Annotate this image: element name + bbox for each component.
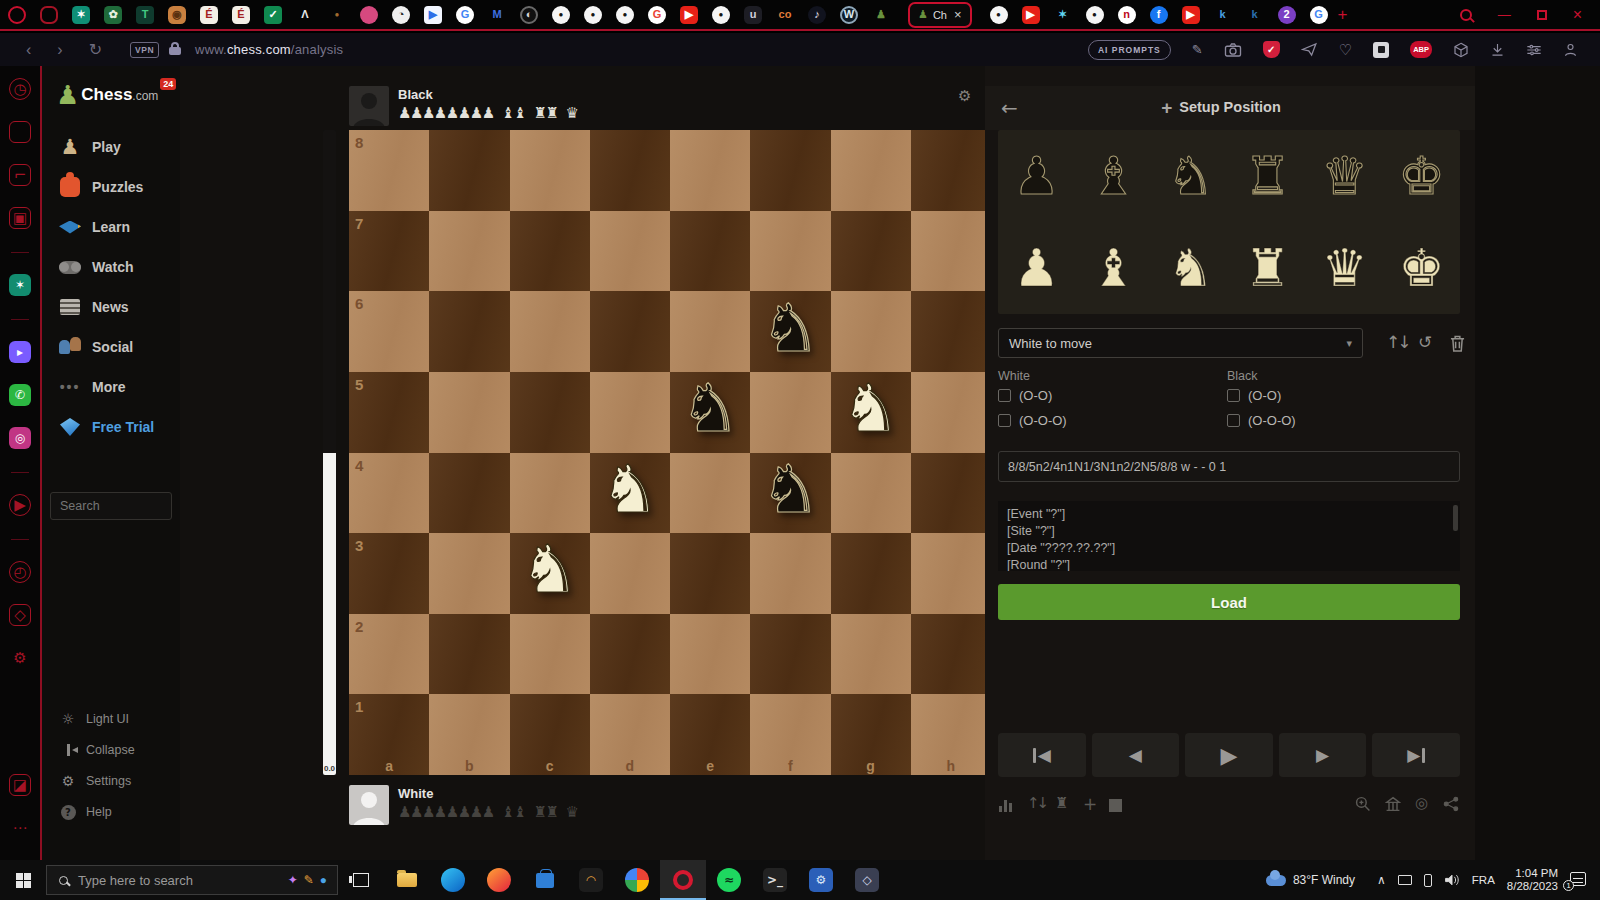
clock[interactable]: 1:04 PM 8/28/2023: [1507, 867, 1558, 893]
browser-search-icon[interactable]: [1460, 9, 1472, 21]
square-a3[interactable]: 3: [349, 533, 429, 614]
minimize-button[interactable]: —: [1498, 8, 1511, 21]
cube-icon[interactable]: [1453, 42, 1469, 58]
square-b4[interactable]: [429, 453, 509, 534]
pgn-line: [Date "????.??.??"]: [1007, 540, 1451, 557]
black-knight-e5[interactable]: ♞: [681, 376, 740, 442]
palette-black-pawn[interactable]: ♟: [1013, 150, 1060, 202]
palette-white-bishop[interactable]: ♝: [1090, 242, 1137, 294]
taskbar-app-edge[interactable]: [430, 860, 476, 900]
sidebar-search-input[interactable]: [50, 492, 172, 520]
square-h6[interactable]: [911, 291, 991, 372]
square-c7[interactable]: [510, 211, 590, 292]
tab-k-dark[interactable]: k: [1246, 6, 1264, 24]
tab-react[interactable]: ✶: [1054, 6, 1072, 24]
help-icon: ?: [59, 805, 77, 820]
palette-black-king[interactable]: ♚: [1398, 150, 1445, 202]
more-dots-icon[interactable]: ⋯: [9, 817, 31, 839]
avatar-white: [349, 785, 389, 825]
tab-green-animal[interactable]: ✿: [104, 6, 122, 24]
notification-count-badge: 24: [160, 78, 176, 90]
rank-label: 6: [355, 295, 363, 312]
white-knight-d4[interactable]: ♞: [600, 457, 659, 523]
file-label: g: [866, 758, 875, 774]
ai-prompts-button[interactable]: AI PROMPTS: [1088, 40, 1171, 60]
settings-icon: ⚙: [59, 773, 77, 789]
tab-uv-dark[interactable]: u: [744, 6, 762, 24]
captured-group: ♜♜: [533, 104, 557, 122]
black-knight-f6[interactable]: ♞: [761, 296, 820, 362]
close-button[interactable]: ×: [1573, 7, 1582, 23]
collapse-icon: [59, 744, 77, 756]
chatgpt-icon[interactable]: ✶: [9, 274, 31, 296]
trial-icon: [57, 414, 83, 440]
tab-google-g2[interactable]: G: [1310, 6, 1328, 24]
checkbox[interactable]: [998, 414, 1011, 427]
gx-corner-icon[interactable]: ▣: [9, 207, 31, 229]
tab-globe-dark[interactable]: ◐: [520, 6, 538, 24]
player-name-black: Black: [398, 87, 585, 102]
square-a1[interactable]: 1a: [349, 694, 429, 775]
instagram-icon[interactable]: ◎: [9, 427, 31, 449]
footer-item-help[interactable]: ?Help: [42, 797, 180, 827]
tab-google-g[interactable]: G: [456, 6, 474, 24]
square-c2[interactable]: [510, 614, 590, 695]
sidebar-item-free-trial[interactable]: Free Trial: [42, 410, 180, 444]
sidebar-item-label: Learn: [92, 219, 130, 235]
tab-github-6[interactable]: ●: [1086, 6, 1104, 24]
square-f4[interactable]: ♞: [750, 453, 830, 534]
taskbar-app-file-explorer[interactable]: [384, 860, 430, 900]
square-f1[interactable]: f: [750, 694, 830, 775]
address-bar: ‹ › ↻ VPN www.chess.com/analysis AI PROM…: [0, 33, 1600, 66]
square-d7[interactable]: [590, 211, 670, 292]
url-text[interactable]: www.chess.com/analysis: [195, 42, 343, 57]
square-d5[interactable]: [590, 372, 670, 453]
square-b1[interactable]: b: [429, 694, 509, 775]
square-h5[interactable]: [911, 372, 991, 453]
square-g2[interactable]: [831, 614, 911, 695]
palette-black-bishop[interactable]: ♝: [1090, 150, 1137, 202]
taskbar-app-spotify[interactable]: ≈: [706, 860, 752, 900]
reset-board-icon[interactable]: ↺: [1418, 332, 1432, 352]
tab-e-badge-2[interactable]: É: [232, 6, 250, 24]
spotify-icon: ≈: [717, 868, 741, 892]
square-b6[interactable]: [429, 291, 509, 372]
window-controls: — ×: [1460, 7, 1600, 23]
heart-icon[interactable]: ♡: [1339, 41, 1352, 59]
nav-first-button[interactable]: ◀: [998, 733, 1086, 777]
square-c5[interactable]: [510, 372, 590, 453]
tab-co-orange[interactable]: co: [776, 6, 794, 24]
footer-item-label: Settings: [86, 774, 131, 788]
square-h8[interactable]: [911, 130, 991, 211]
sidebar-item-watch[interactable]: Watch: [42, 250, 180, 284]
rail-divider: [11, 252, 29, 253]
palette-white-king[interactable]: ♚: [1398, 242, 1445, 294]
zoom-in-icon[interactable]: [1355, 796, 1371, 812]
file-explorer-icon: [395, 868, 419, 892]
new-tab-button[interactable]: +: [1338, 5, 1348, 25]
chess-board: 876♞5♞♞4♞♞3♞21abcdefgh: [349, 130, 991, 775]
tab-e-badge-1[interactable]: É: [200, 6, 218, 24]
checkbox[interactable]: [1227, 389, 1240, 402]
square-g4[interactable]: [831, 453, 911, 534]
black-knight-f4[interactable]: ♞: [761, 457, 820, 523]
start-button[interactable]: [0, 860, 46, 900]
send-icon[interactable]: [1301, 42, 1318, 57]
twitch-icon[interactable]: ⌐: [9, 164, 31, 186]
square-e4[interactable]: [670, 453, 750, 534]
chart-icon[interactable]: [999, 798, 1013, 816]
action-center-icon[interactable]: 1: [1570, 872, 1590, 888]
tab-chesscom-active[interactable]: ♟Ch×: [908, 2, 972, 28]
tab-list: ✶✿T◉ÉÉ✓Λ●◔▶GM◐●●●G▶●uco♪W♟♟Ch×●▶✶●nf▶kk2…: [8, 2, 1328, 28]
weather-widget[interactable]: 83°F Windy: [1266, 873, 1355, 887]
square-h2[interactable]: [911, 614, 991, 695]
system-tray: 83°F Windy ∧ FRA 1:04 PM 8/28/2023 1: [1266, 867, 1600, 893]
captured-group: ♛: [565, 104, 577, 122]
square-e7[interactable]: [670, 211, 750, 292]
flip-icon[interactable]: ↑↓: [1027, 794, 1046, 812]
palette-black-rook[interactable]: ♜: [1244, 150, 1291, 202]
chesscom-logo[interactable]: ♟ Chess.com 24: [56, 82, 176, 109]
square-g5[interactable]: ♞: [831, 372, 911, 453]
footer-item-light-ui[interactable]: ☼Light UI: [42, 704, 180, 734]
messenger-icon[interactable]: ▸: [9, 341, 31, 363]
castling-white-queenside: (O-O-O): [998, 413, 1067, 428]
nav-prev-button[interactable]: ◀: [1092, 733, 1180, 777]
rank-label: 8: [355, 134, 363, 151]
vpn-shield-icon[interactable]: ✓: [1263, 41, 1280, 58]
file-label: d: [626, 758, 635, 774]
sidebar-item-puzzles[interactable]: Puzzles: [42, 170, 180, 204]
square-a7[interactable]: 7: [349, 211, 429, 292]
tab-purple-2[interactable]: 2: [1278, 6, 1296, 24]
tray-chevron-icon[interactable]: ∧: [1377, 873, 1386, 887]
captured-group: ♜♜: [533, 803, 557, 821]
rail-divider: [11, 319, 29, 320]
palette-white-knight[interactable]: ♞: [1167, 242, 1214, 294]
pgn-line: [Site "?"]: [1007, 523, 1451, 540]
settings-gear-icon[interactable]: ⚙: [9, 647, 31, 669]
nav-last-button[interactable]: ▶: [1372, 733, 1460, 777]
palette-black-queen[interactable]: ♛: [1321, 150, 1368, 202]
tab-clock-app[interactable]: ◔: [392, 6, 410, 24]
checkbox[interactable]: [1227, 414, 1240, 427]
evaluation-bar-white: [323, 453, 336, 776]
fen-input[interactable]: [998, 451, 1460, 482]
back-icon[interactable]: ‹: [26, 41, 31, 59]
castling-option-label: (O-O): [1248, 388, 1281, 403]
square-g1[interactable]: g: [831, 694, 911, 775]
trash-icon[interactable]: [1450, 335, 1465, 352]
pgn-scrollbar[interactable]: [1453, 505, 1458, 531]
tab-github-3[interactable]: ●: [616, 6, 634, 24]
sidebar-item-play[interactable]: ♟Play: [42, 130, 180, 164]
pieces-icon[interactable]: ♜: [1055, 794, 1068, 812]
browser-tab-strip: ✶✿T◉ÉÉ✓Λ●◔▶GM◐●●●G▶●uco♪W♟♟Ch×●▶✶●nf▶kk2…: [0, 0, 1600, 31]
checkbox[interactable]: [998, 389, 1011, 402]
board-editor-icon[interactable]: [1109, 798, 1122, 816]
tab-pinterest[interactable]: n: [1118, 6, 1136, 24]
tab-dribbble[interactable]: [360, 6, 378, 24]
taskbar-app-app-blue[interactable]: ⚙: [798, 860, 844, 900]
lightui-icon: ☼: [59, 711, 77, 727]
square-g3[interactable]: [831, 533, 911, 614]
square-e1[interactable]: e: [670, 694, 750, 775]
chesscom-page: ♟ Chess.com 24 ♟PlayPuzzlesLearnWatchNew…: [42, 66, 1600, 860]
square-e8[interactable]: [670, 130, 750, 211]
square-e5[interactable]: ♞: [670, 372, 750, 453]
flip-board-icon[interactable]: ↑↓: [1386, 332, 1409, 352]
square-d4[interactable]: ♞: [590, 453, 670, 534]
square-a2[interactable]: 2: [349, 614, 429, 695]
square-h3[interactable]: [911, 533, 991, 614]
tab-facebook[interactable]: f: [1150, 6, 1168, 24]
tab-mj-blue[interactable]: M: [488, 6, 506, 24]
tab-google-color[interactable]: G: [648, 6, 666, 24]
adblock-badge[interactable]: ABP: [1410, 41, 1432, 58]
square-d8[interactable]: [590, 130, 670, 211]
square-f8[interactable]: [750, 130, 830, 211]
tab-chatgpt[interactable]: ✶: [72, 6, 90, 24]
square-g8[interactable]: [831, 130, 911, 211]
palette-white-queen[interactable]: ♛: [1321, 242, 1368, 294]
pgn-line: [Event "?"]: [1007, 506, 1451, 523]
search-highlights-icons[interactable]: ✦✎●: [288, 873, 337, 887]
square-b2[interactable]: [429, 614, 509, 695]
square-b8[interactable]: [429, 130, 509, 211]
workspaces-icon[interactable]: [9, 121, 31, 143]
evaluation-value: 0.0: [323, 764, 336, 773]
square-h7[interactable]: [911, 211, 991, 292]
taskbar-app-task-view[interactable]: [338, 860, 384, 900]
tab-youtube-3[interactable]: ▶: [1182, 6, 1200, 24]
tab-close-icon[interactable]: ×: [954, 7, 962, 22]
tab-gx-controller[interactable]: [40, 6, 58, 24]
practice-target-icon[interactable]: ◎: [1415, 794, 1428, 812]
tab-github-4[interactable]: ●: [712, 6, 730, 24]
analysis-board-area: Black ♟♟♟♟♟♟♟♟♝♝♜♜♛ ⚙ 0.0 876♞5♞♞4♞♞3♞21…: [180, 66, 985, 860]
speed-dial-icon[interactable]: ◷: [9, 78, 31, 100]
square-c3[interactable]: ♞: [510, 533, 590, 614]
footer-item-settings[interactable]: ⚙Settings: [42, 766, 180, 796]
captured-group: ♝♝: [502, 803, 526, 821]
castling-option-label: (O-O): [1019, 388, 1052, 403]
chevron-down-icon: ▾: [1346, 337, 1352, 350]
puzzles-icon: [57, 174, 83, 200]
file-label: b: [465, 758, 474, 774]
forward-icon[interactable]: ›: [57, 41, 62, 59]
snapshot-icon[interactable]: ◪: [9, 774, 31, 796]
square-d2[interactable]: [590, 614, 670, 695]
address-bar-actions: AI PROMPTS ✎ ✓ ♡ ABP: [1088, 40, 1600, 60]
rank-label: 3: [355, 537, 363, 554]
square-f3[interactable]: [750, 533, 830, 614]
taskbar-app-firefox[interactable]: [476, 860, 522, 900]
tab-youtube-1[interactable]: ▶: [680, 6, 698, 24]
tab-sheets-check[interactable]: ✓: [264, 6, 282, 24]
tab-play-blue[interactable]: ▶: [424, 6, 442, 24]
taskbar-app-viewer-3d[interactable]: ◇: [844, 860, 890, 900]
tab-teal-t[interactable]: T: [136, 6, 154, 24]
sidebar-item-label: Free Trial: [92, 419, 154, 435]
captured-pieces-white: ♟♟♟♟♟♟♟♟♝♝♜♜♛: [398, 803, 585, 821]
footer-item-label: Collapse: [86, 743, 135, 757]
tab-wordpress[interactable]: W: [840, 6, 858, 24]
lock-icon: [171, 41, 181, 58]
sidebar-item-social[interactable]: Social: [42, 330, 180, 364]
setup-position-panel: ← +Setup Position ♟♝♞♜♛♚♟♝♞♜♛♚ White to …: [985, 66, 1475, 860]
square-h1[interactable]: h: [911, 694, 991, 775]
tab-chesscom-pawn[interactable]: ♟: [872, 6, 890, 24]
extensions-box-icon[interactable]: ◇: [9, 604, 31, 626]
browser-side-rail: ◷⌐▣✶▸✆◎▶◴◇⚙◪⋯: [0, 66, 42, 860]
palette-black-knight[interactable]: ♞: [1167, 150, 1214, 202]
panel-title: +Setup Position: [985, 97, 1457, 119]
square-h4[interactable]: [911, 453, 991, 534]
palette-white-rook[interactable]: ♜: [1244, 242, 1291, 294]
nav-play-button[interactable]: ▶: [1185, 733, 1273, 777]
phone-icon[interactable]: [1424, 874, 1432, 887]
square-e3[interactable]: [670, 533, 750, 614]
display-icon[interactable]: [1398, 875, 1412, 885]
download-icon[interactable]: [1490, 42, 1505, 57]
square-c1[interactable]: c: [510, 694, 590, 775]
square-c6[interactable]: [510, 291, 590, 372]
tab-youtube-2[interactable]: ▶: [1022, 6, 1040, 24]
turn-select-dropdown[interactable]: White to move▾: [998, 328, 1363, 358]
sidebar-item-label: Play: [92, 139, 121, 155]
square-g6[interactable]: [831, 291, 911, 372]
white-knight-c3[interactable]: ♞: [520, 537, 579, 603]
player-name-white: White: [398, 786, 585, 801]
square-f7[interactable]: [750, 211, 830, 292]
square-f2[interactable]: [750, 614, 830, 695]
pinboard-icon[interactable]: [1373, 42, 1389, 58]
square-b7[interactable]: [429, 211, 509, 292]
watch-icon: [57, 254, 83, 280]
tab-github-5[interactable]: ●: [990, 6, 1008, 24]
square-e2[interactable]: [670, 614, 750, 695]
player-icon[interactable]: ▶: [9, 494, 31, 516]
taskbar-app-terminal[interactable]: >_: [752, 860, 798, 900]
palette-white-pawn[interactable]: ♟: [1013, 242, 1060, 294]
edit-icon[interactable]: ✎: [1192, 42, 1203, 57]
load-button[interactable]: Load: [998, 584, 1460, 620]
sidebar-item-news[interactable]: News: [42, 290, 180, 324]
sidebar-item-learn[interactable]: Learn: [42, 210, 180, 244]
castling-option-label: (O-O-O): [1248, 413, 1296, 428]
app-gold-icon: ◠: [579, 868, 603, 892]
file-label: h: [947, 758, 956, 774]
square-a6[interactable]: 6: [349, 291, 429, 372]
square-a5[interactable]: 5: [349, 372, 429, 453]
footer-item-collapse[interactable]: Collapse: [42, 735, 180, 765]
sidebar-item-label: More: [92, 379, 125, 395]
tab-lambda[interactable]: Λ: [296, 6, 314, 24]
sidebar-item-label: Puzzles: [92, 179, 143, 195]
maximize-button[interactable]: [1537, 10, 1547, 20]
opera-icon: [671, 868, 695, 892]
library-icon[interactable]: [1385, 796, 1401, 812]
tab-k-light[interactable]: k: [1214, 6, 1232, 24]
captured-group: ♝♝: [502, 104, 526, 122]
page-right-gutter: [1475, 66, 1600, 860]
square-c8[interactable]: [510, 130, 590, 211]
reload-icon[interactable]: ↻: [89, 40, 102, 59]
square-a8[interactable]: 8: [349, 130, 429, 211]
nav-next-button[interactable]: ▶: [1279, 733, 1367, 777]
language-indicator[interactable]: FRA: [1472, 874, 1495, 886]
share-icon[interactable]: [1443, 796, 1459, 812]
taskbar-app-store[interactable]: [522, 860, 568, 900]
square-b3[interactable]: [429, 533, 509, 614]
taskbar-app-chrome[interactable]: [614, 860, 660, 900]
panel-header: ← +Setup Position: [985, 86, 1475, 130]
tab-monkey[interactable]: ●: [328, 6, 346, 24]
square-a4[interactable]: 4: [349, 453, 429, 534]
sidebar-item-label: Watch: [92, 259, 133, 275]
chess-pawn-favicon: ♟: [918, 8, 928, 21]
captured-group: ♛: [565, 803, 577, 821]
castling-header-white: White: [998, 369, 1030, 383]
vpn-badge[interactable]: VPN: [130, 42, 159, 58]
news-icon: [57, 294, 83, 320]
evaluation-bar: 0.0: [323, 130, 336, 775]
taskbar-app-app-gold[interactable]: ◠: [568, 860, 614, 900]
tab-opera-menu[interactable]: [8, 6, 26, 24]
taskbar-app-opera[interactable]: [660, 860, 706, 900]
pgn-textarea[interactable]: [Event "?"][Site "?"][Date "????.??.??"]…: [998, 501, 1460, 571]
tab-github-1[interactable]: ●: [552, 6, 570, 24]
square-g7[interactable]: [831, 211, 911, 292]
square-b5[interactable]: [429, 372, 509, 453]
tab-github-2[interactable]: ●: [584, 6, 602, 24]
profile-icon[interactable]: [1563, 42, 1578, 57]
sidebar-item-more[interactable]: •••More: [42, 370, 180, 404]
camera-icon[interactable]: [1224, 42, 1242, 58]
square-d1[interactable]: d: [590, 694, 670, 775]
add-icon[interactable]: +: [1083, 794, 1097, 814]
windows-taskbar: Type here to search ✦✎● ◠≈>_⚙◇ 83°F Wind…: [0, 860, 1600, 900]
history-clock-icon[interactable]: ◴: [9, 561, 31, 583]
square-e6[interactable]: [670, 291, 750, 372]
tab-anime-face[interactable]: ◉: [168, 6, 186, 24]
whatsapp-icon[interactable]: ✆: [9, 384, 31, 406]
white-knight-g5[interactable]: ♞: [841, 376, 900, 442]
social-icon: [57, 334, 83, 360]
rank-label: 2: [355, 618, 363, 635]
rank-label: 1: [355, 698, 363, 715]
file-label: a: [385, 758, 393, 774]
taskbar-search[interactable]: Type here to search ✦✎●: [46, 865, 338, 895]
square-f5[interactable]: [750, 372, 830, 453]
chrome-icon: [625, 868, 649, 892]
tab-music-note[interactable]: ♪: [808, 6, 826, 24]
volume-icon[interactable]: [1444, 873, 1460, 887]
square-c4[interactable]: [510, 453, 590, 534]
board-settings-gear-icon[interactable]: ⚙: [958, 87, 971, 105]
square-f6[interactable]: ♞: [750, 291, 830, 372]
square-d3[interactable]: [590, 533, 670, 614]
castling-header-black: Black: [1227, 369, 1258, 383]
square-d6[interactable]: [590, 291, 670, 372]
rank-label: 7: [355, 215, 363, 232]
task-view-icon: [349, 868, 373, 892]
settings-sliders-icon[interactable]: [1526, 43, 1542, 57]
